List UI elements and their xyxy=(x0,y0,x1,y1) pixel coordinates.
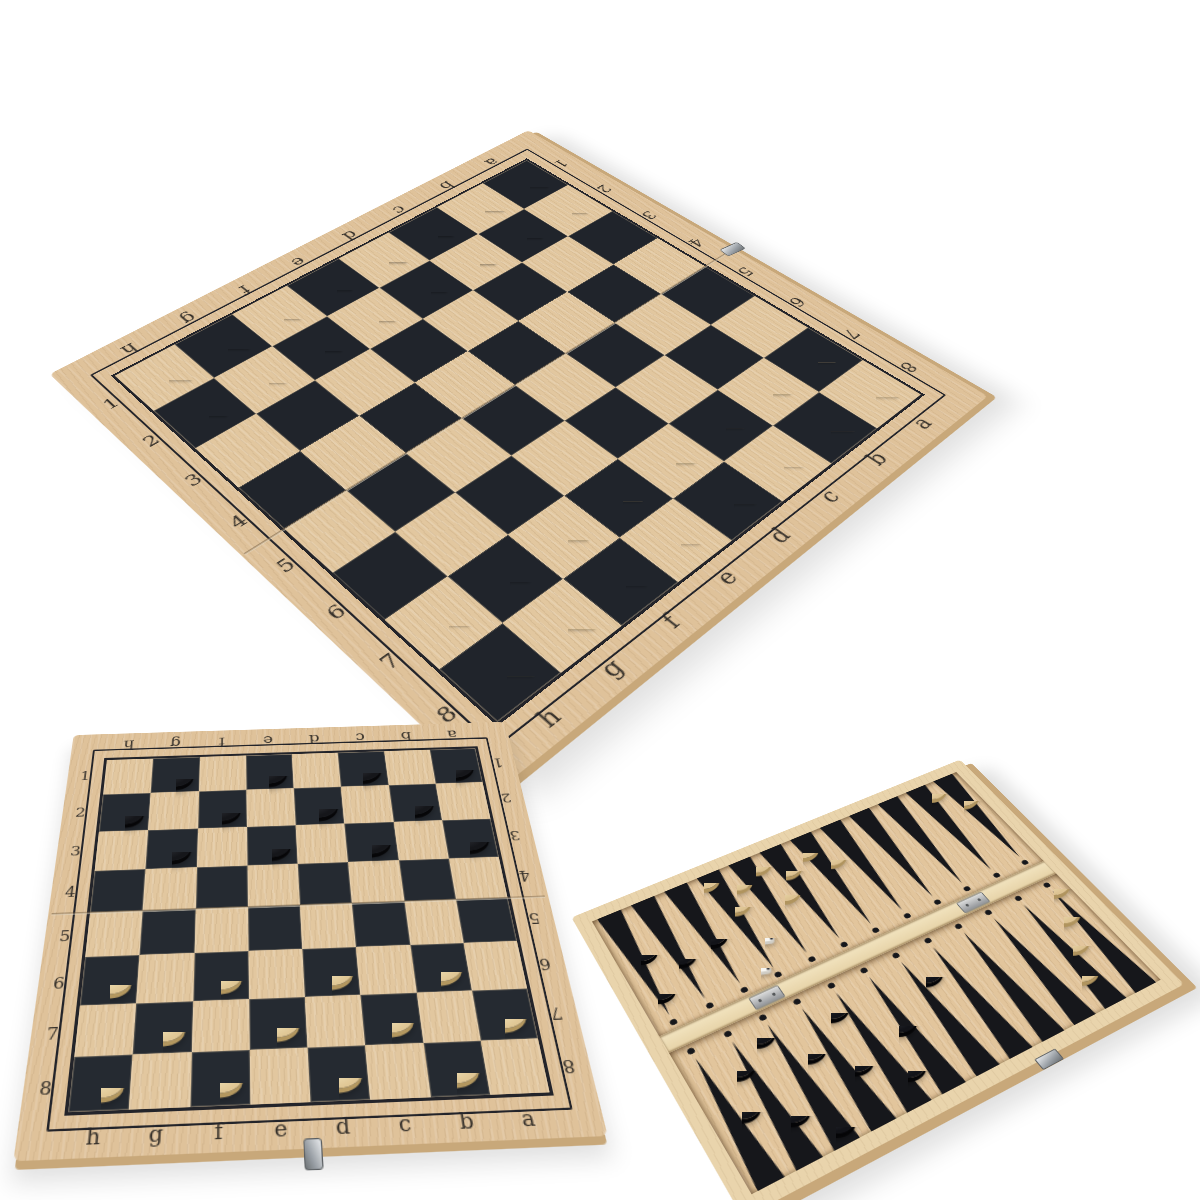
rank-label: 3 xyxy=(493,816,538,856)
black-stone[interactable] xyxy=(814,991,850,1019)
point-tip-dot xyxy=(705,1002,715,1010)
square-c4[interactable] xyxy=(348,860,404,903)
cream-checker[interactable] xyxy=(78,1062,124,1098)
cream-checker[interactable] xyxy=(310,952,353,985)
backgammon-point xyxy=(953,927,1065,1041)
rank-label: 8 xyxy=(20,1059,71,1117)
black-pawn[interactable]: ♟ xyxy=(300,302,351,359)
black-checker[interactable] xyxy=(106,795,144,824)
die-pip xyxy=(757,968,761,972)
black-checker[interactable] xyxy=(438,749,474,777)
square-h5[interactable] xyxy=(85,911,143,958)
point-tip-dot xyxy=(1020,859,1029,865)
checkers-board: hgfedcbahgfedcba1234567812345678 xyxy=(13,722,607,1161)
point-tip-dot xyxy=(1013,895,1022,902)
die-pip xyxy=(755,958,759,962)
black-stone[interactable] xyxy=(789,1031,826,1060)
square-c1[interactable] xyxy=(338,751,388,787)
black-checker[interactable] xyxy=(157,758,193,786)
square-h7[interactable] xyxy=(74,1003,136,1057)
square-e8[interactable] xyxy=(250,1047,311,1104)
black-checker[interactable] xyxy=(251,755,287,783)
square-a1[interactable] xyxy=(430,748,483,783)
clasp-latch-icon xyxy=(303,1138,324,1171)
square-c8[interactable] xyxy=(365,1043,430,1100)
cream-checker[interactable] xyxy=(316,1053,362,1089)
square-f2[interactable] xyxy=(198,790,247,828)
point-tip-dot xyxy=(954,923,964,930)
point-tip-dot xyxy=(933,899,942,906)
black-checker[interactable] xyxy=(397,785,434,814)
square-e1[interactable] xyxy=(246,754,294,790)
point-tip-dot xyxy=(839,941,849,948)
backgammon-board-scene xyxy=(550,690,1190,1200)
rank-label: 6 xyxy=(35,958,82,1008)
square-a7[interactable] xyxy=(472,988,538,1040)
rank-label: 1 xyxy=(478,745,520,780)
square-e2[interactable] xyxy=(246,788,295,826)
square-g3[interactable] xyxy=(146,828,198,869)
file-label: f xyxy=(198,730,245,755)
black-checker[interactable] xyxy=(345,752,381,780)
rank-label: 4 xyxy=(501,855,548,898)
white-rook[interactable]: ♜ xyxy=(463,594,548,689)
square-c2[interactable] xyxy=(341,785,393,823)
square-f8[interactable] xyxy=(190,1050,250,1107)
backgammon-point xyxy=(933,774,1029,862)
file-label: g xyxy=(151,731,199,756)
square-h4[interactable] xyxy=(90,869,146,913)
square-a2[interactable] xyxy=(436,782,491,820)
square-b5[interactable] xyxy=(404,899,463,945)
point-tip-dot xyxy=(792,998,802,1006)
black-pawn[interactable]: ♟ xyxy=(183,365,236,424)
backgammon-point xyxy=(849,808,943,901)
square-d2[interactable] xyxy=(294,787,345,825)
file-label: b xyxy=(382,724,432,749)
cream-checker[interactable] xyxy=(197,1058,243,1094)
point-tip-dot xyxy=(739,986,749,994)
board-squares: ♜♞♝♛♚♝♞♜♟♟♟♟♟♟♟♟♟♟♟♟♟♟♟♟♜♞♝♛♚♝♞♜ xyxy=(111,158,925,726)
cream-checker[interactable] xyxy=(200,956,243,989)
die-showing-5[interactable] xyxy=(752,954,771,973)
square-f6[interactable] xyxy=(193,951,249,1001)
square-e3[interactable] xyxy=(247,825,298,866)
file-label: c xyxy=(336,726,385,751)
square-c6[interactable] xyxy=(356,945,416,994)
board-squares xyxy=(64,746,554,1115)
file-label: a xyxy=(427,723,477,748)
point-tip-dot xyxy=(859,967,869,975)
square-f4[interactable] xyxy=(195,865,247,908)
black-stone[interactable] xyxy=(624,934,658,961)
die-pip xyxy=(764,932,768,936)
die-pip xyxy=(768,927,772,931)
cream-checker[interactable] xyxy=(141,1007,185,1041)
black-stone[interactable] xyxy=(837,1043,874,1072)
square-a3[interactable] xyxy=(442,818,499,858)
square-g2[interactable] xyxy=(148,792,198,830)
cream-checker[interactable] xyxy=(370,999,414,1033)
square-g6[interactable] xyxy=(137,953,195,1003)
clasp-latch-icon xyxy=(1035,1048,1065,1070)
square-g4[interactable] xyxy=(143,867,197,910)
cream-checker[interactable] xyxy=(483,994,527,1028)
black-pawn[interactable]: ♟ xyxy=(243,333,295,391)
square-b6[interactable] xyxy=(410,943,472,992)
checkers-board-scene: hgfedcbahgfedcba1234567812345678 xyxy=(20,705,580,1105)
square-b2[interactable] xyxy=(388,784,441,822)
point-tip-dot xyxy=(686,1047,696,1056)
black-stone[interactable] xyxy=(662,937,696,964)
point-tip-dot xyxy=(871,927,880,934)
square-d5[interactable] xyxy=(300,903,356,949)
black-stone[interactable] xyxy=(909,956,944,984)
file-label: g xyxy=(123,1111,188,1157)
black-checker[interactable] xyxy=(451,821,489,851)
square-d3[interactable] xyxy=(296,823,348,863)
square-d6[interactable] xyxy=(302,947,360,996)
file-label: h xyxy=(104,733,153,758)
square-g5[interactable] xyxy=(140,909,196,955)
square-c5[interactable] xyxy=(352,901,410,947)
square-d1[interactable] xyxy=(292,753,341,789)
square-g7[interactable] xyxy=(133,1001,193,1054)
black-checker[interactable] xyxy=(204,792,241,821)
product-photo-stage: hgfedcbahgfedcba1234567812345678♜♞♝♛♚♝♞♜… xyxy=(0,0,1200,1200)
square-h2[interactable] xyxy=(99,793,151,831)
square-h8[interactable] xyxy=(68,1054,133,1112)
cream-stone[interactable] xyxy=(1047,897,1080,923)
chess-board-scene: hgfedcbahgfedcba1234567812345678♜♞♝♛♚♝♞♜… xyxy=(15,35,1015,735)
backgammon-point xyxy=(683,1052,785,1191)
point-tip-dot xyxy=(963,885,972,892)
square-g8[interactable] xyxy=(129,1052,191,1110)
rank-label: 3 xyxy=(54,830,96,871)
file-label: h xyxy=(59,1113,126,1159)
cream-checker[interactable] xyxy=(256,1003,300,1037)
black-checker[interactable] xyxy=(300,789,337,818)
point-tip-dot xyxy=(923,937,933,944)
open-case-interior xyxy=(592,772,1161,1194)
square-d7[interactable] xyxy=(305,994,366,1047)
die-pip xyxy=(770,936,774,940)
square-h1[interactable] xyxy=(103,759,153,795)
square-c3[interactable] xyxy=(345,822,399,862)
black-pawn[interactable]: ♟ xyxy=(504,194,550,246)
cream-checker[interactable] xyxy=(89,961,132,994)
square-e5[interactable] xyxy=(248,905,303,951)
square-b1[interactable] xyxy=(384,750,436,786)
rank-label: 2 xyxy=(485,780,528,818)
cream-checker[interactable] xyxy=(420,948,463,981)
rank-label: 2 xyxy=(60,793,100,832)
square-b4[interactable] xyxy=(398,858,455,901)
black-checker[interactable] xyxy=(352,824,390,854)
black-pawn[interactable]: ♟ xyxy=(456,219,503,272)
square-e6[interactable] xyxy=(248,949,305,998)
cream-checker[interactable] xyxy=(434,1048,480,1083)
square-d4[interactable] xyxy=(298,862,352,905)
black-stone[interactable] xyxy=(740,1015,776,1044)
point-tip-dot xyxy=(984,909,993,916)
backgammon-point xyxy=(820,820,913,915)
die-pip xyxy=(765,957,769,961)
backgammon-case xyxy=(571,760,1184,1200)
die-pip xyxy=(761,963,765,967)
rank-label: 7 xyxy=(28,1007,77,1061)
square-b7[interactable] xyxy=(416,990,480,1043)
square-b8[interactable] xyxy=(423,1040,490,1097)
point-tip-dot xyxy=(826,982,836,990)
square-b3[interactable] xyxy=(393,820,448,860)
point-tip-dot xyxy=(722,1030,732,1038)
file-label: e xyxy=(245,728,292,753)
square-a8[interactable] xyxy=(481,1038,550,1094)
die-showing-5[interactable] xyxy=(755,924,774,943)
cream-stone[interactable] xyxy=(1065,954,1100,982)
square-f1[interactable] xyxy=(199,756,247,792)
black-checker[interactable] xyxy=(253,827,292,857)
square-h3[interactable] xyxy=(95,830,149,871)
backgammon-point xyxy=(597,910,682,1021)
point-tip-dot xyxy=(891,952,901,959)
square-c7[interactable] xyxy=(361,992,423,1045)
die-pip xyxy=(767,967,771,971)
file-label: b xyxy=(433,1098,501,1143)
black-pawn[interactable]: ♟ xyxy=(354,273,404,328)
cream-stone[interactable] xyxy=(1038,869,1070,895)
rank-label: 4 xyxy=(48,870,91,914)
square-f7[interactable] xyxy=(191,999,249,1052)
file-label: f xyxy=(187,1108,250,1154)
square-e7[interactable] xyxy=(249,997,308,1050)
rank-label: 5 xyxy=(42,913,87,960)
square-d5[interactable] xyxy=(515,353,616,421)
square-a5[interactable] xyxy=(456,898,517,944)
square-a4[interactable] xyxy=(449,857,508,900)
square-a6[interactable] xyxy=(463,941,526,990)
point-tip-dot xyxy=(902,913,911,920)
file-label: d xyxy=(291,727,339,752)
point-tip-dot xyxy=(992,872,1001,879)
point-tip-dot xyxy=(669,1018,679,1026)
square-e4[interactable] xyxy=(247,864,300,907)
black-pawn[interactable]: ♟ xyxy=(406,246,454,300)
square-d8[interactable] xyxy=(308,1045,371,1102)
die-pip xyxy=(759,928,763,932)
square-f3[interactable] xyxy=(197,827,248,868)
square-g1[interactable] xyxy=(151,757,200,793)
black-checker[interactable] xyxy=(153,831,192,861)
point-tip-dot xyxy=(773,971,783,979)
square-f5[interactable] xyxy=(194,907,248,953)
point-tip-dot xyxy=(807,956,817,963)
die-pip xyxy=(760,938,764,942)
rank-label: 1 xyxy=(65,758,104,794)
square-h6[interactable] xyxy=(80,955,140,1005)
file-label: c xyxy=(372,1101,439,1146)
